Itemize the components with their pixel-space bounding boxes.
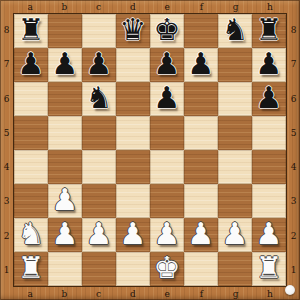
square-b8[interactable] xyxy=(48,14,82,48)
white-to-move-indicator xyxy=(285,285,295,295)
square-a7[interactable]: ♟ xyxy=(14,48,48,82)
square-h2[interactable]: ♟ xyxy=(252,218,286,252)
black-knight-piece[interactable]: ♞ xyxy=(86,81,113,115)
file-label-c: c xyxy=(82,287,116,300)
black-pawn-piece[interactable]: ♟ xyxy=(154,81,181,115)
square-b5[interactable] xyxy=(48,116,82,150)
square-d6[interactable] xyxy=(116,82,150,116)
square-g8[interactable]: ♞ xyxy=(218,14,252,48)
chess-board: abcdefgh abcdefgh 87654321 87654321 ♜♛♚♞… xyxy=(0,0,300,300)
rank-label-4: 4 xyxy=(287,150,300,184)
black-pawn-piece[interactable]: ♟ xyxy=(188,47,215,81)
square-g3[interactable] xyxy=(218,184,252,218)
square-c4[interactable] xyxy=(82,150,116,184)
black-king-piece[interactable]: ♚ xyxy=(154,13,181,47)
square-h8[interactable]: ♜ xyxy=(252,14,286,48)
square-e5[interactable] xyxy=(150,116,184,150)
white-rook-piece[interactable]: ♜ xyxy=(18,251,45,285)
rank-label-1: 1 xyxy=(287,253,300,287)
square-h7[interactable]: ♟ xyxy=(252,48,286,82)
square-e6[interactable]: ♟ xyxy=(150,82,184,116)
square-f6[interactable] xyxy=(184,82,218,116)
white-pawn-piece[interactable]: ♟ xyxy=(52,183,79,217)
square-h1[interactable]: ♜ xyxy=(252,252,286,286)
square-c8[interactable] xyxy=(82,14,116,48)
square-e7[interactable]: ♟ xyxy=(150,48,184,82)
square-b4[interactable] xyxy=(48,150,82,184)
white-pawn-piece[interactable]: ♟ xyxy=(154,217,181,251)
square-e8[interactable]: ♚ xyxy=(150,14,184,48)
square-b1[interactable] xyxy=(48,252,82,286)
square-f4[interactable] xyxy=(184,150,218,184)
black-queen-piece[interactable]: ♛ xyxy=(120,13,147,47)
square-c2[interactable]: ♟ xyxy=(82,218,116,252)
file-label-f: f xyxy=(184,287,218,300)
square-a8[interactable]: ♜ xyxy=(14,14,48,48)
square-b6[interactable] xyxy=(48,82,82,116)
rank-label-8: 8 xyxy=(0,13,13,47)
square-f5[interactable] xyxy=(184,116,218,150)
black-pawn-piece[interactable]: ♟ xyxy=(52,47,79,81)
square-g2[interactable]: ♟ xyxy=(218,218,252,252)
square-d2[interactable]: ♟ xyxy=(116,218,150,252)
square-f3[interactable] xyxy=(184,184,218,218)
square-d4[interactable] xyxy=(116,150,150,184)
board-grid: ♜♛♚♞♜♟♟♟♟♟♟♞♟♟♟♞♟♟♟♟♟♟♟♜♚♜ xyxy=(13,13,287,287)
square-d5[interactable] xyxy=(116,116,150,150)
square-h4[interactable] xyxy=(252,150,286,184)
square-d8[interactable]: ♛ xyxy=(116,14,150,48)
square-c3[interactable] xyxy=(82,184,116,218)
square-f1[interactable] xyxy=(184,252,218,286)
rank-label-5: 5 xyxy=(0,116,13,150)
rank-label-7: 7 xyxy=(287,47,300,81)
rank-labels-left: 87654321 xyxy=(0,13,13,287)
black-pawn-piece[interactable]: ♟ xyxy=(256,47,283,81)
square-d3[interactable] xyxy=(116,184,150,218)
square-b2[interactable]: ♟ xyxy=(48,218,82,252)
square-c5[interactable] xyxy=(82,116,116,150)
white-pawn-piece[interactable]: ♟ xyxy=(256,217,283,251)
square-g5[interactable] xyxy=(218,116,252,150)
square-a2[interactable]: ♞ xyxy=(14,218,48,252)
square-c7[interactable]: ♟ xyxy=(82,48,116,82)
rank-label-3: 3 xyxy=(0,184,13,218)
file-label-b: b xyxy=(47,287,81,300)
file-label-c: c xyxy=(82,0,116,13)
rank-label-2: 2 xyxy=(0,219,13,253)
square-g1[interactable] xyxy=(218,252,252,286)
rank-label-8: 8 xyxy=(287,13,300,47)
rank-label-7: 7 xyxy=(0,47,13,81)
square-a3[interactable] xyxy=(14,184,48,218)
file-label-g: g xyxy=(219,287,253,300)
square-e4[interactable] xyxy=(150,150,184,184)
rank-label-6: 6 xyxy=(0,82,13,116)
square-d1[interactable] xyxy=(116,252,150,286)
black-knight-piece[interactable]: ♞ xyxy=(222,13,249,47)
square-a5[interactable] xyxy=(14,116,48,150)
black-rook-piece[interactable]: ♜ xyxy=(18,13,45,47)
square-b3[interactable]: ♟ xyxy=(48,184,82,218)
square-g7[interactable] xyxy=(218,48,252,82)
square-a1[interactable]: ♜ xyxy=(14,252,48,286)
file-label-b: b xyxy=(47,0,81,13)
square-f2[interactable]: ♟ xyxy=(184,218,218,252)
rank-label-5: 5 xyxy=(287,116,300,150)
square-a6[interactable] xyxy=(14,82,48,116)
square-e3[interactable] xyxy=(150,184,184,218)
white-pawn-piece[interactable]: ♟ xyxy=(86,217,113,251)
square-g4[interactable] xyxy=(218,150,252,184)
square-a4[interactable] xyxy=(14,150,48,184)
square-b7[interactable]: ♟ xyxy=(48,48,82,82)
square-h3[interactable] xyxy=(252,184,286,218)
rank-label-1: 1 xyxy=(0,253,13,287)
white-pawn-piece[interactable]: ♟ xyxy=(188,217,215,251)
file-label-e: e xyxy=(150,287,184,300)
file-label-f: f xyxy=(184,0,218,13)
square-c1[interactable] xyxy=(82,252,116,286)
black-pawn-piece[interactable]: ♟ xyxy=(86,47,113,81)
rank-labels-right: 87654321 xyxy=(287,13,300,287)
white-pawn-piece[interactable]: ♟ xyxy=(120,217,147,251)
black-pawn-piece[interactable]: ♟ xyxy=(154,47,181,81)
square-e2[interactable]: ♟ xyxy=(150,218,184,252)
square-g6[interactable] xyxy=(218,82,252,116)
white-rook-piece[interactable]: ♜ xyxy=(256,251,283,285)
square-f8[interactable] xyxy=(184,14,218,48)
rank-label-4: 4 xyxy=(0,150,13,184)
file-label-h: h xyxy=(253,287,287,300)
white-king-piece[interactable]: ♚ xyxy=(154,251,181,285)
square-c6[interactable]: ♞ xyxy=(82,82,116,116)
file-labels-bottom: abcdefgh xyxy=(13,287,287,300)
rank-label-2: 2 xyxy=(287,219,300,253)
square-h6[interactable]: ♟ xyxy=(252,82,286,116)
black-pawn-piece[interactable]: ♟ xyxy=(256,81,283,115)
file-label-a: a xyxy=(13,287,47,300)
square-e1[interactable]: ♚ xyxy=(150,252,184,286)
square-h5[interactable] xyxy=(252,116,286,150)
black-pawn-piece[interactable]: ♟ xyxy=(18,47,45,81)
square-f7[interactable]: ♟ xyxy=(184,48,218,82)
rank-label-3: 3 xyxy=(287,184,300,218)
black-rook-piece[interactable]: ♜ xyxy=(256,13,283,47)
white-knight-piece[interactable]: ♞ xyxy=(18,217,45,251)
white-pawn-piece[interactable]: ♟ xyxy=(52,217,79,251)
white-pawn-piece[interactable]: ♟ xyxy=(222,217,249,251)
square-d7[interactable] xyxy=(116,48,150,82)
rank-label-6: 6 xyxy=(287,82,300,116)
file-label-d: d xyxy=(116,287,150,300)
